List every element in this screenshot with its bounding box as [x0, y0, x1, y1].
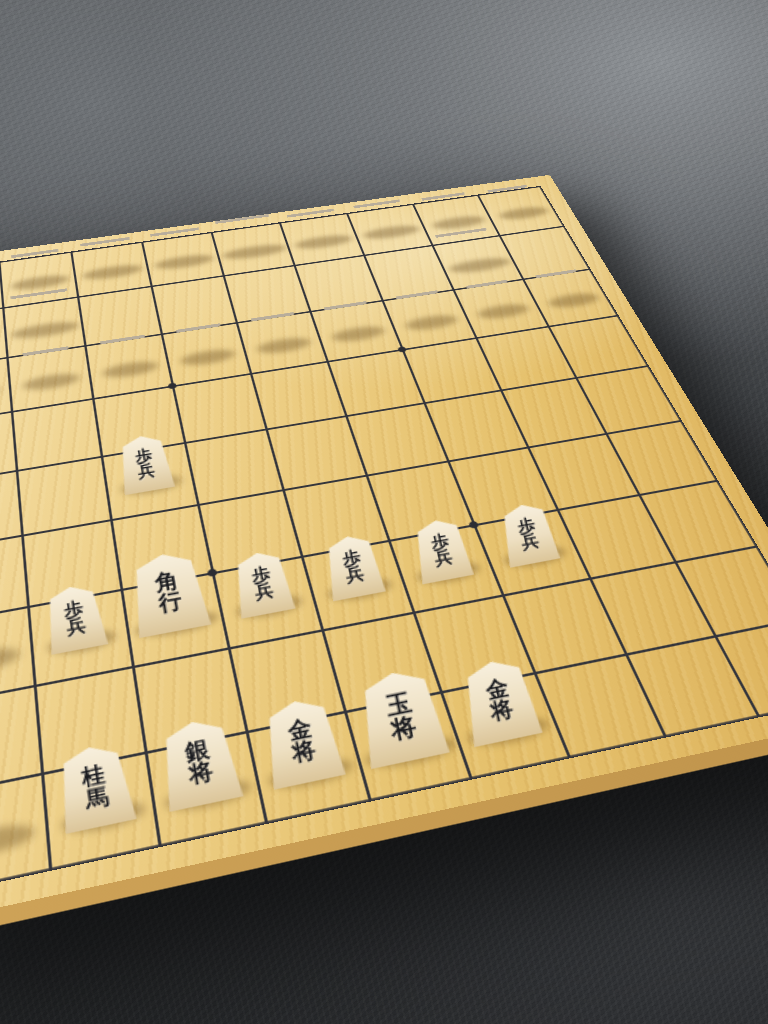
kanji-char: 行: [157, 591, 183, 616]
piece-kanji: 角行: [154, 570, 184, 616]
shogi-piece-pawn-4七[interactable]: 歩兵: [410, 516, 474, 585]
kanji-char: 馬: [83, 784, 109, 810]
kanji-char: 将: [389, 714, 419, 743]
kanji-char: 兵: [65, 616, 87, 637]
kanji-char: 将: [489, 698, 516, 724]
piece-kanji: 桂馬: [80, 763, 109, 810]
piece-kanji: 金将: [286, 717, 317, 766]
square-5-4[interactable]: [250, 361, 345, 429]
kanji-char: 兵: [254, 581, 275, 601]
square-5-5[interactable]: [265, 415, 365, 489]
kanji-char: 将: [291, 739, 318, 766]
piece-kanji: 歩兵: [251, 565, 276, 602]
piece-kanji: 銀将: [184, 738, 215, 787]
piece-kanji: 歩兵: [341, 548, 365, 584]
piece-kanji: 歩兵: [134, 447, 156, 480]
photo-canvas: { "game": "shogi", "scene_description": …: [0, 0, 768, 1024]
piece-kanji: 歩兵: [516, 516, 540, 551]
piece-kanji: 歩兵: [430, 532, 454, 568]
kanji-char: 兵: [344, 565, 365, 585]
kanji-char: 将: [188, 760, 216, 787]
kanji-char: 兵: [520, 532, 541, 551]
square-6-5[interactable]: [184, 429, 282, 504]
shogi-piece-pawn-7五[interactable]: 歩兵: [115, 432, 175, 495]
piece-kanji: 金将: [484, 677, 515, 724]
piece-kanji: 歩兵: [63, 599, 88, 637]
kanji-char: 兵: [137, 462, 157, 480]
kanji-char: 兵: [433, 548, 454, 568]
piece-kanji: 玉将: [384, 691, 418, 743]
